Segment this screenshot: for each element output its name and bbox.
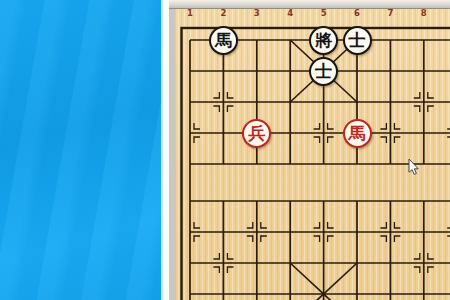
piece-black-advisor[interactable]: 士	[343, 26, 372, 55]
column-label-1: 1	[183, 8, 197, 18]
piece-black-general[interactable]: 將	[309, 26, 338, 55]
column-label-4: 4	[283, 8, 297, 18]
column-label-6: 6	[350, 8, 364, 18]
column-label-5: 5	[317, 8, 331, 18]
screen: 123456789 馬將士士兵馬	[0, 0, 450, 300]
piece-red-soldier[interactable]: 兵	[242, 119, 271, 148]
piece-black-horse[interactable]: 馬	[209, 26, 238, 55]
column-label-8: 8	[417, 8, 431, 18]
piece-black-advisor[interactable]: 士	[309, 57, 338, 86]
column-label-3: 3	[250, 8, 264, 18]
column-label-7: 7	[383, 8, 397, 18]
column-label-2: 2	[216, 8, 230, 18]
piece-red-horse[interactable]: 馬	[343, 119, 372, 148]
